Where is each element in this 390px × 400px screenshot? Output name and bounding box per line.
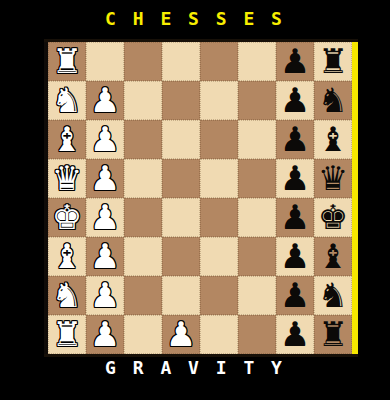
black-pawn[interactable]: ♟ <box>280 120 310 159</box>
square-h5[interactable]: ♛ <box>314 159 352 198</box>
square-b2[interactable]: ♟ <box>86 276 124 315</box>
square-a7[interactable]: ♞ <box>48 81 86 120</box>
black-pawn[interactable]: ♟ <box>280 198 310 237</box>
white-bishop[interactable]: ♝ <box>52 237 82 276</box>
black-king[interactable]: ♚ <box>318 198 348 237</box>
black-pawn[interactable]: ♟ <box>280 315 310 354</box>
square-f3[interactable] <box>238 237 276 276</box>
square-c4[interactable] <box>124 198 162 237</box>
square-a1[interactable]: ♜ <box>48 315 86 354</box>
square-e3[interactable] <box>200 237 238 276</box>
square-b5[interactable]: ♟ <box>86 159 124 198</box>
square-c1[interactable] <box>124 315 162 354</box>
square-h2[interactable]: ♞ <box>314 276 352 315</box>
square-h3[interactable]: ♝ <box>314 237 352 276</box>
black-rook[interactable]: ♜ <box>318 315 348 354</box>
square-f1[interactable] <box>238 315 276 354</box>
white-pawn[interactable]: ♟ <box>90 159 120 198</box>
square-f2[interactable] <box>238 276 276 315</box>
square-d1[interactable]: ♟ <box>162 315 200 354</box>
square-d6[interactable] <box>162 120 200 159</box>
chess-board[interactable]: ♜♟♜♞♟♟♞♝♟♟♝♛♟♟♛♚♟♟♚♝♟♟♝♞♟♟♞♜♟♟♟♜ <box>48 42 352 354</box>
square-d2[interactable] <box>162 276 200 315</box>
white-pawn[interactable]: ♟ <box>90 315 120 354</box>
square-a4[interactable]: ♚ <box>48 198 86 237</box>
square-a3[interactable]: ♝ <box>48 237 86 276</box>
white-queen[interactable]: ♛ <box>52 159 82 198</box>
white-rook[interactable]: ♜ <box>52 42 82 81</box>
white-pawn[interactable]: ♟ <box>90 120 120 159</box>
black-bishop[interactable]: ♝ <box>318 120 348 159</box>
square-b4[interactable]: ♟ <box>86 198 124 237</box>
game-title: C H E S S E S <box>0 8 390 29</box>
square-e5[interactable] <box>200 159 238 198</box>
square-a2[interactable]: ♞ <box>48 276 86 315</box>
white-bishop[interactable]: ♝ <box>52 120 82 159</box>
black-rook[interactable]: ♜ <box>318 42 348 81</box>
square-b6[interactable]: ♟ <box>86 120 124 159</box>
black-pawn[interactable]: ♟ <box>280 42 310 81</box>
square-c3[interactable] <box>124 237 162 276</box>
square-b3[interactable]: ♟ <box>86 237 124 276</box>
square-e2[interactable] <box>200 276 238 315</box>
square-e6[interactable] <box>200 120 238 159</box>
square-g4[interactable]: ♟ <box>276 198 314 237</box>
black-pawn[interactable]: ♟ <box>280 237 310 276</box>
white-pawn[interactable]: ♟ <box>90 276 120 315</box>
square-g8[interactable]: ♟ <box>276 42 314 81</box>
square-b7[interactable]: ♟ <box>86 81 124 120</box>
black-knight[interactable]: ♞ <box>318 276 348 315</box>
square-c2[interactable] <box>124 276 162 315</box>
square-g6[interactable]: ♟ <box>276 120 314 159</box>
square-a5[interactable]: ♛ <box>48 159 86 198</box>
white-pawn[interactable]: ♟ <box>166 315 196 354</box>
square-a8[interactable]: ♜ <box>48 42 86 81</box>
black-pawn[interactable]: ♟ <box>280 276 310 315</box>
white-pawn[interactable]: ♟ <box>90 81 120 120</box>
square-d7[interactable] <box>162 81 200 120</box>
square-h4[interactable]: ♚ <box>314 198 352 237</box>
square-g2[interactable]: ♟ <box>276 276 314 315</box>
white-knight[interactable]: ♞ <box>52 81 82 120</box>
board-right-stripe-highlight <box>352 42 358 354</box>
square-e7[interactable] <box>200 81 238 120</box>
square-f6[interactable] <box>238 120 276 159</box>
white-king[interactable]: ♚ <box>52 198 82 237</box>
square-h1[interactable]: ♜ <box>314 315 352 354</box>
square-d4[interactable] <box>162 198 200 237</box>
board-frame: ♜♟♜♞♟♟♞♝♟♟♝♛♟♟♛♚♟♟♚♝♟♟♝♞♟♟♞♜♟♟♟♜ <box>44 39 358 357</box>
square-d8[interactable] <box>162 42 200 81</box>
black-bishop[interactable]: ♝ <box>318 237 348 276</box>
square-g1[interactable]: ♟ <box>276 315 314 354</box>
square-e4[interactable] <box>200 198 238 237</box>
square-d5[interactable] <box>162 159 200 198</box>
white-pawn[interactable]: ♟ <box>90 198 120 237</box>
square-g7[interactable]: ♟ <box>276 81 314 120</box>
square-c7[interactable] <box>124 81 162 120</box>
square-h8[interactable]: ♜ <box>314 42 352 81</box>
square-f8[interactable] <box>238 42 276 81</box>
square-b1[interactable]: ♟ <box>86 315 124 354</box>
square-c5[interactable] <box>124 159 162 198</box>
square-f4[interactable] <box>238 198 276 237</box>
white-pawn[interactable]: ♟ <box>90 237 120 276</box>
square-g5[interactable]: ♟ <box>276 159 314 198</box>
mode-label: G R A V I T Y <box>0 357 390 378</box>
white-knight[interactable]: ♞ <box>52 276 82 315</box>
square-c6[interactable] <box>124 120 162 159</box>
white-rook[interactable]: ♜ <box>52 315 82 354</box>
black-queen[interactable]: ♛ <box>318 159 348 198</box>
square-c8[interactable] <box>124 42 162 81</box>
square-h6[interactable]: ♝ <box>314 120 352 159</box>
square-g3[interactable]: ♟ <box>276 237 314 276</box>
black-knight[interactable]: ♞ <box>318 81 348 120</box>
square-h7[interactable]: ♞ <box>314 81 352 120</box>
square-d3[interactable] <box>162 237 200 276</box>
square-a6[interactable]: ♝ <box>48 120 86 159</box>
black-pawn[interactable]: ♟ <box>280 81 310 120</box>
black-pawn[interactable]: ♟ <box>280 159 310 198</box>
square-b8[interactable] <box>86 42 124 81</box>
square-e1[interactable] <box>200 315 238 354</box>
square-f7[interactable] <box>238 81 276 120</box>
square-f5[interactable] <box>238 159 276 198</box>
square-e8[interactable] <box>200 42 238 81</box>
